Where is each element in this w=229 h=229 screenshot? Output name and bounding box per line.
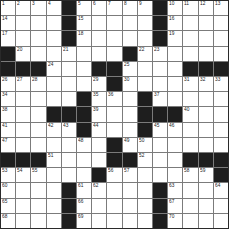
cell-r2c1[interactable]: 14 bbox=[1, 16, 15, 30]
cell-r12c14[interactable]: 59 bbox=[199, 168, 213, 182]
cell-r9c3[interactable] bbox=[31, 123, 45, 137]
clue-number: 3 bbox=[32, 1, 35, 6]
clue-number: 64 bbox=[215, 183, 220, 188]
cell-r8c7[interactable]: 39 bbox=[92, 107, 106, 121]
cell-r7c3[interactable] bbox=[31, 92, 45, 106]
cell-r10c11[interactable] bbox=[153, 138, 167, 152]
clue-number: 57 bbox=[124, 168, 129, 173]
cell-r5c10[interactable] bbox=[138, 62, 152, 76]
cell-r2c14[interactable] bbox=[199, 16, 213, 30]
cell-r12c10[interactable] bbox=[138, 168, 152, 182]
black-cell-r13c5 bbox=[62, 183, 76, 197]
clue-number: 34 bbox=[2, 92, 7, 97]
black-cell-r13c11 bbox=[153, 183, 167, 197]
cell-r13c13[interactable] bbox=[183, 183, 197, 197]
cell-r12c11[interactable] bbox=[153, 168, 167, 182]
black-cell-r11c15 bbox=[214, 153, 228, 167]
black-cell-r9c10 bbox=[138, 123, 152, 137]
clue-number: 37 bbox=[154, 92, 159, 97]
clue-number: 66 bbox=[78, 199, 83, 204]
clue-number: 51 bbox=[48, 153, 53, 158]
cell-r9c7[interactable]: 44 bbox=[92, 123, 106, 137]
black-cell-r5c14 bbox=[199, 62, 213, 76]
cell-r2c15[interactable] bbox=[214, 16, 228, 30]
clue-number: 19 bbox=[169, 31, 174, 36]
cell-r5c12[interactable] bbox=[168, 62, 182, 76]
clue-number: 47 bbox=[2, 138, 7, 143]
black-cell-r6c8 bbox=[107, 77, 121, 91]
cell-r7c1[interactable]: 34 bbox=[1, 92, 15, 106]
clue-number: 24 bbox=[48, 62, 53, 67]
clue-number: 7 bbox=[108, 1, 111, 6]
cell-r13c3[interactable] bbox=[31, 183, 45, 197]
cell-r4c15[interactable] bbox=[214, 47, 228, 61]
cell-r1c4[interactable]: 4 bbox=[47, 1, 61, 15]
clue-number: 20 bbox=[17, 47, 22, 52]
black-cell-r9c6 bbox=[77, 123, 91, 137]
cell-r14c15[interactable] bbox=[214, 199, 228, 213]
cell-r12c2[interactable]: 54 bbox=[16, 168, 30, 182]
black-cell-r5c7 bbox=[92, 62, 106, 76]
cell-r4c12[interactable] bbox=[168, 47, 182, 61]
black-cell-r7c6 bbox=[77, 92, 91, 106]
clue-number: 69 bbox=[78, 214, 83, 219]
clue-number: 36 bbox=[108, 92, 113, 97]
clue-number: 21 bbox=[63, 47, 68, 52]
cell-r10c5[interactable] bbox=[62, 138, 76, 152]
cell-r1c1[interactable]: 1 bbox=[1, 1, 15, 15]
black-cell-r11c1 bbox=[1, 153, 15, 167]
black-cell-r4c1 bbox=[1, 47, 15, 61]
black-cell-r11c13 bbox=[183, 153, 197, 167]
cell-r3c14[interactable] bbox=[199, 31, 213, 45]
cell-r6c4[interactable] bbox=[47, 77, 61, 91]
cell-r13c6[interactable]: 61 bbox=[77, 183, 91, 197]
cell-r12c6[interactable] bbox=[77, 168, 91, 182]
cell-r3c1[interactable]: 17 bbox=[1, 31, 15, 45]
cell-r11c6[interactable] bbox=[77, 153, 91, 167]
cell-r6c14[interactable]: 32 bbox=[199, 77, 213, 91]
cell-r3c8[interactable] bbox=[107, 31, 121, 45]
black-cell-r3c11 bbox=[153, 31, 167, 45]
clue-number: 2 bbox=[17, 1, 20, 6]
clue-number: 70 bbox=[169, 214, 174, 219]
cell-r9c4[interactable]: 42 bbox=[47, 123, 61, 137]
cell-r8c8[interactable] bbox=[107, 107, 121, 121]
clue-number: 16 bbox=[169, 16, 174, 21]
cell-r15c8[interactable] bbox=[107, 214, 121, 228]
cell-r8c9[interactable] bbox=[123, 107, 137, 121]
cell-r8c2[interactable] bbox=[16, 107, 30, 121]
cell-r3c9[interactable] bbox=[123, 31, 137, 45]
cell-r10c2[interactable] bbox=[16, 138, 30, 152]
clue-number: 35 bbox=[93, 92, 98, 97]
cell-r13c14[interactable] bbox=[199, 183, 213, 197]
cell-r10c14[interactable] bbox=[199, 138, 213, 152]
cell-r12c9[interactable]: 57 bbox=[123, 168, 137, 182]
clue-number: 48 bbox=[78, 138, 83, 143]
cell-r9c9[interactable] bbox=[123, 123, 137, 137]
cell-r8c1[interactable]: 38 bbox=[1, 107, 15, 121]
cell-r10c6[interactable]: 48 bbox=[77, 138, 91, 152]
cell-r10c1[interactable]: 47 bbox=[1, 138, 15, 152]
cell-r14c13[interactable] bbox=[183, 199, 197, 213]
black-cell-r5c3 bbox=[31, 62, 45, 76]
cell-r10c12[interactable] bbox=[168, 138, 182, 152]
cell-r15c7[interactable] bbox=[92, 214, 106, 228]
clue-number: 45 bbox=[154, 123, 159, 128]
clue-number: 13 bbox=[215, 1, 220, 6]
cell-r3c7[interactable] bbox=[92, 31, 106, 45]
cell-r1c13[interactable]: 11 bbox=[183, 1, 197, 15]
clue-number: 18 bbox=[78, 31, 83, 36]
clue-number: 25 bbox=[124, 62, 129, 67]
cell-r11c4[interactable]: 51 bbox=[47, 153, 61, 167]
cell-r9c1[interactable]: 41 bbox=[1, 123, 15, 137]
cell-r8c14[interactable] bbox=[199, 107, 213, 121]
black-cell-r5c15 bbox=[214, 62, 228, 76]
cell-r3c4[interactable] bbox=[47, 31, 61, 45]
black-cell-r3c5 bbox=[62, 31, 76, 45]
clue-number: 30 bbox=[124, 77, 129, 82]
clue-number: 43 bbox=[63, 123, 68, 128]
cell-r9c8[interactable] bbox=[107, 123, 121, 137]
cell-r6c6[interactable] bbox=[77, 77, 91, 91]
cell-r2c8[interactable] bbox=[107, 16, 121, 30]
cell-r14c14[interactable] bbox=[199, 199, 213, 213]
black-cell-r15c11 bbox=[153, 214, 167, 228]
black-cell-r12c15 bbox=[214, 168, 228, 182]
cell-r6c7[interactable]: 29 bbox=[92, 77, 106, 91]
cell-r2c2[interactable] bbox=[16, 16, 30, 30]
cell-r6c3[interactable]: 28 bbox=[31, 77, 45, 91]
cell-r15c4[interactable] bbox=[47, 214, 61, 228]
black-cell-r4c9 bbox=[123, 47, 137, 61]
cell-r14c1[interactable]: 65 bbox=[1, 199, 15, 213]
cell-r8c15[interactable] bbox=[214, 107, 228, 121]
cell-r6c2[interactable]: 27 bbox=[16, 77, 30, 91]
clue-number: 11 bbox=[184, 1, 189, 6]
black-cell-r5c8 bbox=[107, 62, 121, 76]
cell-r10c9[interactable]: 49 bbox=[123, 138, 137, 152]
black-cell-r8c6 bbox=[77, 107, 91, 121]
cell-r12c12[interactable] bbox=[168, 168, 182, 182]
cell-r11c11[interactable] bbox=[153, 153, 167, 167]
clue-number: 62 bbox=[93, 183, 98, 188]
cell-r6c5[interactable] bbox=[62, 77, 76, 91]
cell-r15c2[interactable] bbox=[16, 214, 30, 228]
clue-number: 28 bbox=[32, 77, 37, 82]
black-cell-r8c12 bbox=[168, 107, 182, 121]
clue-number: 1 bbox=[2, 1, 5, 6]
black-cell-r1c5 bbox=[62, 1, 76, 15]
cell-r14c10[interactable] bbox=[138, 199, 152, 213]
cell-r7c13[interactable] bbox=[183, 92, 197, 106]
cell-r1c15[interactable]: 13 bbox=[214, 1, 228, 15]
cell-r11c12[interactable] bbox=[168, 153, 182, 167]
cell-r7c9[interactable] bbox=[123, 92, 137, 106]
cell-r7c2[interactable] bbox=[16, 92, 30, 106]
cell-r10c4[interactable] bbox=[47, 138, 61, 152]
clue-number: 53 bbox=[2, 168, 7, 173]
cell-r1c6[interactable]: 5 bbox=[77, 1, 91, 15]
cell-r1c14[interactable]: 12 bbox=[199, 1, 213, 15]
clue-number: 10 bbox=[169, 1, 174, 6]
black-cell-r11c9 bbox=[123, 153, 137, 167]
cell-r3c10[interactable] bbox=[138, 31, 152, 45]
cell-r15c10[interactable] bbox=[138, 214, 152, 228]
black-cell-r11c8 bbox=[107, 153, 121, 167]
cell-r14c12[interactable]: 67 bbox=[168, 199, 182, 213]
clue-number: 52 bbox=[139, 153, 144, 158]
clue-number: 41 bbox=[2, 123, 7, 128]
clue-number: 58 bbox=[184, 168, 189, 173]
cell-r9c2[interactable] bbox=[16, 123, 30, 137]
black-cell-r8c11 bbox=[153, 107, 167, 121]
clue-number: 4 bbox=[48, 1, 51, 6]
cell-r4c8[interactable] bbox=[107, 47, 121, 61]
clue-number: 50 bbox=[139, 138, 144, 143]
cell-r4c4[interactable] bbox=[47, 47, 61, 61]
cell-r4c5[interactable]: 21 bbox=[62, 47, 76, 61]
cell-r15c1[interactable]: 68 bbox=[1, 214, 15, 228]
cell-r8c13[interactable]: 40 bbox=[183, 107, 197, 121]
cell-r9c5[interactable]: 43 bbox=[62, 123, 76, 137]
clue-number: 55 bbox=[32, 168, 37, 173]
cell-r15c14[interactable] bbox=[199, 214, 213, 228]
clue-number: 26 bbox=[2, 77, 7, 82]
cell-r10c3[interactable] bbox=[31, 138, 45, 152]
cell-r6c12[interactable] bbox=[168, 77, 182, 91]
cell-r12c5[interactable] bbox=[62, 168, 76, 182]
cell-r14c4[interactable] bbox=[47, 199, 61, 213]
cell-r13c2[interactable] bbox=[16, 183, 30, 197]
clue-number: 17 bbox=[2, 31, 7, 36]
clue-number: 61 bbox=[78, 183, 83, 188]
cell-r4c7[interactable] bbox=[92, 47, 106, 61]
clue-number: 14 bbox=[2, 16, 7, 21]
cell-r11c5[interactable] bbox=[62, 153, 76, 167]
cell-r6c9[interactable]: 30 bbox=[123, 77, 137, 91]
cell-r15c9[interactable] bbox=[123, 214, 137, 228]
cell-r4c2[interactable]: 20 bbox=[16, 47, 30, 61]
black-cell-r11c2 bbox=[16, 153, 30, 167]
cell-r13c1[interactable]: 60 bbox=[1, 183, 15, 197]
cell-r1c10[interactable]: 9 bbox=[138, 1, 152, 15]
clue-number: 54 bbox=[17, 168, 22, 173]
clue-number: 46 bbox=[169, 123, 174, 128]
cell-r9c11[interactable]: 45 bbox=[153, 123, 167, 137]
clue-number: 49 bbox=[124, 138, 129, 143]
cell-r13c10[interactable] bbox=[138, 183, 152, 197]
cell-r12c8[interactable]: 56 bbox=[107, 168, 121, 182]
cell-r12c3[interactable]: 55 bbox=[31, 168, 45, 182]
cell-r13c9[interactable] bbox=[123, 183, 137, 197]
cell-r15c12[interactable]: 70 bbox=[168, 214, 182, 228]
cell-r1c12[interactable]: 10 bbox=[168, 1, 182, 15]
crossword-grid: 1234567891011121314151617181920212223242… bbox=[0, 0, 229, 229]
black-cell-r5c1 bbox=[1, 62, 15, 76]
cell-r14c9[interactable] bbox=[123, 199, 137, 213]
cell-r10c10[interactable]: 50 bbox=[138, 138, 152, 152]
cell-r14c6[interactable]: 66 bbox=[77, 199, 91, 213]
cell-r11c7[interactable] bbox=[92, 153, 106, 167]
cell-r7c7[interactable]: 35 bbox=[92, 92, 106, 106]
cell-r4c11[interactable]: 23 bbox=[153, 47, 167, 61]
cell-r3c3[interactable] bbox=[31, 31, 45, 45]
cell-r6c11[interactable] bbox=[153, 77, 167, 91]
cell-r1c2[interactable]: 2 bbox=[16, 1, 30, 15]
black-cell-r11c14 bbox=[199, 153, 213, 167]
black-cell-r14c11 bbox=[153, 199, 167, 213]
crossword-puzzle: 1234567891011121314151617181920212223242… bbox=[0, 0, 229, 229]
cell-r8c3[interactable] bbox=[31, 107, 45, 121]
clue-number: 27 bbox=[17, 77, 22, 82]
cell-r13c7[interactable]: 62 bbox=[92, 183, 106, 197]
clue-number: 59 bbox=[200, 168, 205, 173]
cell-r4c6[interactable] bbox=[77, 47, 91, 61]
cell-r15c13[interactable] bbox=[183, 214, 197, 228]
black-cell-r5c2 bbox=[16, 62, 30, 76]
cell-r15c15[interactable] bbox=[214, 214, 228, 228]
clue-number: 63 bbox=[169, 183, 174, 188]
cell-r14c8[interactable] bbox=[107, 199, 121, 213]
cell-r7c12[interactable] bbox=[168, 92, 182, 106]
cell-r15c3[interactable] bbox=[31, 214, 45, 228]
black-cell-r8c10 bbox=[138, 107, 152, 121]
black-cell-r8c4 bbox=[47, 107, 61, 121]
clue-number: 15 bbox=[78, 16, 83, 21]
clue-number: 32 bbox=[200, 77, 205, 82]
cell-r9c13[interactable] bbox=[183, 123, 197, 137]
clue-number: 6 bbox=[93, 1, 96, 6]
cell-r2c9[interactable] bbox=[123, 16, 137, 30]
clue-number: 68 bbox=[2, 214, 7, 219]
cell-r13c8[interactable] bbox=[107, 183, 121, 197]
clue-number: 29 bbox=[93, 77, 98, 82]
black-cell-r10c8 bbox=[107, 138, 121, 152]
clue-number: 5 bbox=[78, 1, 81, 6]
cell-r6c13[interactable]: 31 bbox=[183, 77, 197, 91]
cell-r3c15[interactable] bbox=[214, 31, 228, 45]
black-cell-r2c11 bbox=[153, 16, 167, 30]
cell-r13c15[interactable]: 64 bbox=[214, 183, 228, 197]
cell-r12c1[interactable]: 53 bbox=[1, 168, 15, 182]
cell-r7c11[interactable]: 37 bbox=[153, 92, 167, 106]
clue-number: 65 bbox=[2, 199, 7, 204]
cell-r7c8[interactable]: 36 bbox=[107, 92, 121, 106]
cell-r7c14[interactable] bbox=[199, 92, 213, 106]
cell-r4c14[interactable] bbox=[199, 47, 213, 61]
cell-r4c10[interactable]: 22 bbox=[138, 47, 152, 61]
clue-number: 39 bbox=[93, 107, 98, 112]
cell-r9c14[interactable] bbox=[199, 123, 213, 137]
clue-number: 40 bbox=[184, 107, 189, 112]
clue-number: 22 bbox=[139, 47, 144, 52]
cell-r11c10[interactable]: 52 bbox=[138, 153, 152, 167]
black-cell-r7c10 bbox=[138, 92, 152, 106]
black-cell-r8c5 bbox=[62, 107, 76, 121]
cell-r3c2[interactable] bbox=[16, 31, 30, 45]
cell-r2c12[interactable]: 16 bbox=[168, 16, 182, 30]
cell-r4c13[interactable] bbox=[183, 47, 197, 61]
cell-r14c3[interactable] bbox=[31, 199, 45, 213]
cell-r12c13[interactable]: 58 bbox=[183, 168, 197, 182]
cell-r10c15[interactable] bbox=[214, 138, 228, 152]
cell-r5c6[interactable] bbox=[77, 62, 91, 76]
cell-r2c7[interactable] bbox=[92, 16, 106, 30]
clue-number: 12 bbox=[200, 1, 205, 6]
cell-r3c6[interactable]: 18 bbox=[77, 31, 91, 45]
cell-r6c10[interactable] bbox=[138, 77, 152, 91]
clue-number: 33 bbox=[215, 77, 220, 82]
cell-r3c12[interactable]: 19 bbox=[168, 31, 182, 45]
cell-r3c13[interactable] bbox=[183, 31, 197, 45]
clue-number: 38 bbox=[2, 107, 7, 112]
clue-number: 56 bbox=[108, 168, 113, 173]
clue-number: 44 bbox=[93, 123, 98, 128]
cell-r6c1[interactable]: 26 bbox=[1, 77, 15, 91]
clue-number: 42 bbox=[48, 123, 53, 128]
cell-r9c15[interactable] bbox=[214, 123, 228, 137]
cell-r2c13[interactable] bbox=[183, 16, 197, 30]
cell-r12c4[interactable] bbox=[47, 168, 61, 182]
clue-number: 31 bbox=[184, 77, 189, 82]
cell-r7c5[interactable] bbox=[62, 92, 76, 106]
cell-r10c13[interactable] bbox=[183, 138, 197, 152]
cell-r1c8[interactable]: 7 bbox=[107, 1, 121, 15]
cell-r2c4[interactable] bbox=[47, 16, 61, 30]
cell-r5c4[interactable]: 24 bbox=[47, 62, 61, 76]
clue-number: 9 bbox=[139, 1, 142, 6]
cell-r13c12[interactable]: 63 bbox=[168, 183, 182, 197]
clue-number: 8 bbox=[124, 1, 127, 6]
cell-r14c7[interactable] bbox=[92, 199, 106, 213]
clue-number: 67 bbox=[169, 199, 174, 204]
black-cell-r12c7 bbox=[92, 168, 106, 182]
cell-r1c3[interactable]: 3 bbox=[31, 1, 45, 15]
cell-r15c6[interactable]: 69 bbox=[77, 214, 91, 228]
black-cell-r14c5 bbox=[62, 199, 76, 213]
cell-r5c11[interactable] bbox=[153, 62, 167, 76]
cell-r1c7[interactable]: 6 bbox=[92, 1, 106, 15]
cell-r5c9[interactable]: 25 bbox=[123, 62, 137, 76]
black-cell-r15c5 bbox=[62, 214, 76, 228]
black-cell-r5c13 bbox=[183, 62, 197, 76]
cell-r2c6[interactable]: 15 bbox=[77, 16, 91, 30]
cell-r1c9[interactable]: 8 bbox=[123, 1, 137, 15]
black-cell-r1c11 bbox=[153, 1, 167, 15]
clue-number: 23 bbox=[154, 47, 159, 52]
cell-r2c3[interactable] bbox=[31, 16, 45, 30]
black-cell-r2c5 bbox=[62, 16, 76, 30]
cell-r5c5[interactable] bbox=[62, 62, 76, 76]
cell-r6c15[interactable]: 33 bbox=[214, 77, 228, 91]
black-cell-r11c3 bbox=[31, 153, 45, 167]
cell-r2c10[interactable] bbox=[138, 16, 152, 30]
clue-number: 60 bbox=[2, 183, 7, 188]
cell-r13c4[interactable] bbox=[47, 183, 61, 197]
cell-r7c15[interactable] bbox=[214, 92, 228, 106]
cell-r14c2[interactable] bbox=[16, 199, 30, 213]
cell-r10c7[interactable] bbox=[92, 138, 106, 152]
cell-r7c4[interactable] bbox=[47, 92, 61, 106]
cell-r9c12[interactable]: 46 bbox=[168, 123, 182, 137]
cell-r4c3[interactable] bbox=[31, 47, 45, 61]
